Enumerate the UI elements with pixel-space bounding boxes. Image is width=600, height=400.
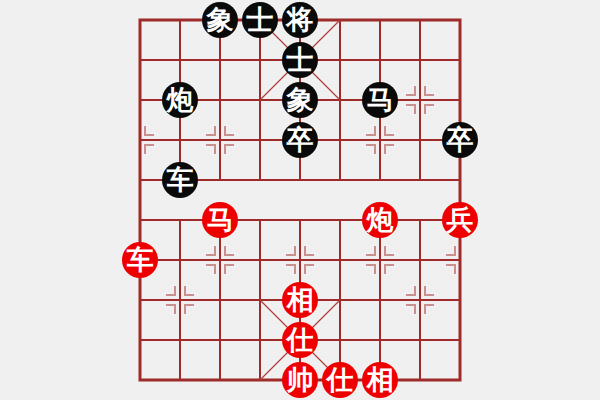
piece-black-soldier[interactable]: 卒 — [282, 122, 318, 158]
piece-red-elephant[interactable]: 相 — [282, 282, 318, 318]
piece-red-elephant[interactable]: 相 — [362, 362, 398, 398]
piece-black-cannon[interactable]: 炮 — [162, 82, 198, 118]
piece-black-elephant[interactable]: 象 — [202, 2, 238, 38]
piece-black-chariot[interactable]: 车 — [162, 162, 198, 198]
piece-black-advisor[interactable]: 士 — [242, 2, 278, 38]
piece-red-soldier[interactable]: 兵 — [442, 202, 478, 238]
piece-grid: 象士将士炮象马卒卒车马炮兵车相仕帅仕相 — [120, 0, 480, 400]
piece-red-advisor[interactable]: 仕 — [282, 322, 318, 358]
piece-red-horse[interactable]: 马 — [202, 202, 238, 238]
piece-black-horse[interactable]: 马 — [362, 82, 398, 118]
piece-black-soldier[interactable]: 卒 — [442, 122, 478, 158]
piece-black-general[interactable]: 将 — [282, 2, 318, 38]
piece-red-cannon[interactable]: 炮 — [362, 202, 398, 238]
piece-red-chariot[interactable]: 车 — [122, 242, 158, 278]
piece-black-elephant[interactable]: 象 — [282, 82, 318, 118]
piece-black-advisor[interactable]: 士 — [282, 42, 318, 78]
piece-red-general[interactable]: 帅 — [282, 362, 318, 398]
piece-red-advisor[interactable]: 仕 — [322, 362, 358, 398]
xiangqi-board: 象士将士炮象马卒卒车马炮兵车相仕帅仕相 — [0, 0, 600, 400]
